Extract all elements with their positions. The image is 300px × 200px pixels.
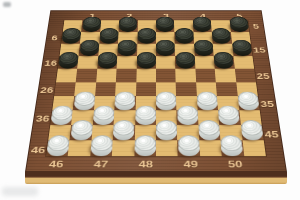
square-45[interactable] <box>241 125 264 140</box>
light-square-r10c8 <box>199 140 222 156</box>
coord-label-right-1: 15 <box>251 44 268 57</box>
white-man-square-46[interactable] <box>46 140 69 156</box>
scene: 12345 4647484950 616263646 515253545 <box>0 0 300 200</box>
black-man-top <box>212 28 231 40</box>
square-17[interactable] <box>97 56 117 69</box>
black-man-square-4[interactable] <box>193 20 212 31</box>
square-6[interactable] <box>61 32 81 44</box>
artifact-smudge <box>3 2 11 7</box>
light-square-r5c3 <box>96 69 117 82</box>
white-man-top <box>156 120 177 135</box>
square-3[interactable] <box>156 20 175 32</box>
black-man-square-2[interactable] <box>119 20 138 31</box>
black-man-top <box>156 40 175 52</box>
square-19[interactable] <box>175 56 195 69</box>
white-man-top <box>220 135 243 151</box>
square-28[interactable] <box>136 82 156 96</box>
square-34[interactable] <box>197 96 218 110</box>
white-man-square-37[interactable] <box>93 110 115 125</box>
square-25[interactable] <box>235 69 256 82</box>
coord-label-right-0: 5 <box>248 20 265 32</box>
black-man-top <box>137 52 156 65</box>
square-46[interactable] <box>46 140 70 156</box>
coord-label-bottom-4: 50 <box>223 156 247 171</box>
black-man-top <box>232 40 252 52</box>
watermark <box>2 187 38 196</box>
white-man-square-34[interactable] <box>197 96 218 110</box>
black-man-square-13[interactable] <box>156 44 175 56</box>
black-man-top <box>137 28 156 40</box>
coord-label-right-3: 35 <box>258 97 277 111</box>
square-20[interactable] <box>214 56 235 69</box>
square-2[interactable] <box>119 20 138 32</box>
coord-label-left-4: 46 <box>28 142 48 158</box>
light-square-r5c1 <box>56 69 77 82</box>
black-man-square-1[interactable] <box>82 20 101 31</box>
square-44[interactable] <box>198 125 220 140</box>
black-man-square-14[interactable] <box>194 44 214 56</box>
square-37[interactable] <box>93 110 115 125</box>
black-man-top <box>156 17 174 28</box>
black-man-square-7[interactable] <box>99 32 118 44</box>
black-man-square-15[interactable] <box>232 44 252 56</box>
coord-label-bottom-3: 49 <box>179 156 202 171</box>
square-13[interactable] <box>156 44 175 56</box>
white-man-square-45[interactable] <box>241 125 264 140</box>
coord-label-right-2: 25 <box>254 70 272 83</box>
square-12[interactable] <box>117 44 137 56</box>
black-man-square-10[interactable] <box>212 32 232 44</box>
white-man-top <box>178 135 200 151</box>
white-man-top <box>134 135 155 151</box>
black-man-square-12[interactable] <box>118 44 137 56</box>
square-21[interactable] <box>76 69 97 82</box>
white-man-top <box>135 106 156 121</box>
black-man-top <box>175 52 195 65</box>
white-man-square-50[interactable] <box>221 140 244 156</box>
white-man-square-36[interactable] <box>51 110 73 125</box>
light-square-r10c10 <box>242 140 266 156</box>
light-square-r4c2 <box>77 56 98 69</box>
square-5[interactable] <box>229 20 249 32</box>
square-50[interactable] <box>221 140 244 156</box>
white-man-top <box>197 91 218 105</box>
white-man-top <box>177 106 198 121</box>
square-27[interactable] <box>95 82 116 96</box>
white-man-square-40[interactable] <box>218 110 240 125</box>
white-man-square-43[interactable] <box>156 125 177 140</box>
square-26[interactable] <box>54 82 76 96</box>
white-man-square-48[interactable] <box>134 140 156 156</box>
board-grid <box>46 20 266 156</box>
black-man-square-3[interactable] <box>156 20 174 31</box>
square-11[interactable] <box>79 44 99 56</box>
white-man-square-35[interactable] <box>238 96 260 110</box>
white-man-square-38[interactable] <box>135 110 156 125</box>
black-man-square-20[interactable] <box>214 56 234 69</box>
coord-label-left-0: 6 <box>46 32 63 44</box>
square-1[interactable] <box>81 20 101 32</box>
light-square-r4c4 <box>117 56 137 69</box>
black-man-square-11[interactable] <box>79 44 99 56</box>
square-18[interactable] <box>136 56 156 69</box>
draughts-board: 12345 4647484950 616263646 515253545 <box>25 10 287 172</box>
square-47[interactable] <box>90 140 113 156</box>
white-man-square-47[interactable] <box>90 140 112 156</box>
coord-label-bottom-1: 47 <box>89 156 112 171</box>
black-man-top <box>193 17 212 28</box>
square-43[interactable] <box>156 125 178 140</box>
square-30[interactable] <box>216 82 237 96</box>
square-36[interactable] <box>50 110 73 125</box>
square-14[interactable] <box>194 44 214 56</box>
square-7[interactable] <box>99 32 119 44</box>
black-man-square-8[interactable] <box>137 32 156 44</box>
light-square-r10c6 <box>156 140 178 156</box>
light-square-r5c5 <box>136 69 156 82</box>
light-square-r4c8 <box>195 56 215 69</box>
black-man-top <box>194 40 213 52</box>
square-29[interactable] <box>176 82 197 96</box>
square-35[interactable] <box>237 96 259 110</box>
coords-bottom: 4647484950 <box>44 156 270 171</box>
white-man-square-41[interactable] <box>70 125 92 140</box>
white-man-square-31[interactable] <box>73 96 95 110</box>
light-square-r4c10 <box>233 56 254 69</box>
black-man-square-18[interactable] <box>137 56 156 69</box>
square-4[interactable] <box>193 20 212 32</box>
light-square-r10c4 <box>112 140 134 156</box>
white-man-top <box>198 120 220 135</box>
black-man-square-16[interactable] <box>58 56 79 69</box>
coord-label-bottom-2: 48 <box>134 156 157 171</box>
coord-label-left-3: 36 <box>33 111 52 126</box>
square-33[interactable] <box>156 96 177 110</box>
square-40[interactable] <box>218 110 240 125</box>
square-39[interactable] <box>177 110 199 125</box>
black-man-top <box>229 17 248 28</box>
light-square-r10c2 <box>68 140 91 156</box>
white-man-square-32[interactable] <box>115 96 136 110</box>
square-22[interactable] <box>116 69 136 82</box>
black-man-square-6[interactable] <box>61 32 81 44</box>
white-man-square-42[interactable] <box>113 125 135 140</box>
board-front-edge <box>25 172 287 184</box>
white-man-square-44[interactable] <box>198 125 220 140</box>
black-man-top <box>214 52 234 65</box>
black-man-square-9[interactable] <box>175 32 194 44</box>
square-15[interactable] <box>232 44 253 56</box>
coord-label-left-1: 16 <box>42 57 60 70</box>
square-32[interactable] <box>115 96 136 110</box>
square-24[interactable] <box>195 69 216 82</box>
square-16[interactable] <box>58 56 79 69</box>
square-38[interactable] <box>135 110 156 125</box>
square-48[interactable] <box>134 140 156 156</box>
coord-label-left-2: 26 <box>38 83 56 97</box>
square-41[interactable] <box>70 125 93 140</box>
square-8[interactable] <box>137 32 156 44</box>
coord-label-right-4: 45 <box>262 127 281 143</box>
black-man-top <box>175 28 194 40</box>
black-man-square-17[interactable] <box>97 56 117 69</box>
board-frame: 12345 4647484950 616263646 515253545 <box>25 10 287 172</box>
square-23[interactable] <box>156 69 176 82</box>
white-man-square-49[interactable] <box>178 140 200 156</box>
white-man-top <box>237 91 259 105</box>
white-man-top <box>156 91 176 105</box>
white-man-top <box>218 106 240 121</box>
square-49[interactable] <box>178 140 200 156</box>
white-man-square-33[interactable] <box>156 96 176 110</box>
square-10[interactable] <box>212 32 232 44</box>
black-man-square-5[interactable] <box>229 20 249 31</box>
light-square-r5c9 <box>215 69 236 82</box>
coord-label-bottom-0: 46 <box>44 156 68 171</box>
black-man-square-19[interactable] <box>175 56 195 69</box>
square-9[interactable] <box>175 32 194 44</box>
light-square-r4c6 <box>156 56 176 69</box>
square-31[interactable] <box>73 96 95 110</box>
white-man-square-39[interactable] <box>177 110 198 125</box>
square-42[interactable] <box>113 125 135 140</box>
light-square-r5c7 <box>176 69 196 82</box>
